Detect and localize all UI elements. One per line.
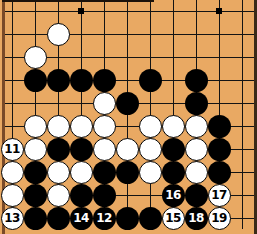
black-stone [70, 184, 93, 207]
white-stone [139, 161, 162, 184]
move-number-label: 17 [211, 189, 227, 201]
black-stone [185, 69, 208, 92]
star-point [216, 8, 222, 14]
white-stone-move-11: 11 [1, 138, 24, 161]
white-stone [93, 138, 116, 161]
white-stone [47, 115, 70, 138]
white-stone [47, 23, 70, 46]
black-stone [208, 161, 231, 184]
black-stone [162, 161, 185, 184]
black-stone [208, 138, 231, 161]
star-point [78, 8, 84, 14]
black-stone [139, 69, 162, 92]
white-stone-move-15: 15 [162, 207, 185, 230]
cropped-top-stones-band [2, 0, 154, 2]
white-stone [139, 138, 162, 161]
white-stone [185, 138, 208, 161]
move-number-label: 14 [73, 212, 89, 224]
white-stone [70, 161, 93, 184]
black-stone [93, 161, 116, 184]
white-stone [70, 115, 93, 138]
black-stone [116, 207, 139, 230]
white-stone [24, 138, 47, 161]
white-stone [24, 115, 47, 138]
white-stone [93, 92, 116, 115]
move-number-label: 15 [165, 212, 181, 224]
black-stone [47, 138, 70, 161]
white-stone [1, 161, 24, 184]
black-stone [24, 207, 47, 230]
black-stone [24, 161, 47, 184]
white-stone [116, 138, 139, 161]
black-stone [185, 92, 208, 115]
white-stone [47, 161, 70, 184]
black-stone [47, 207, 70, 230]
black-stone [185, 184, 208, 207]
black-stone-move-18: 18 [185, 207, 208, 230]
white-stone [24, 46, 47, 69]
white-stone [93, 115, 116, 138]
black-stone [24, 69, 47, 92]
black-stone [47, 69, 70, 92]
board-right-edge-line [254, 0, 257, 234]
white-stone [139, 115, 162, 138]
move-number-label: 18 [188, 212, 204, 224]
grid-vline [242, 0, 243, 229]
white-stone [1, 184, 24, 207]
white-stone [185, 115, 208, 138]
white-stone [185, 161, 208, 184]
move-number-label: 11 [4, 143, 20, 155]
go-board-diagram: 111617131412151819 [0, 0, 257, 234]
black-stone-move-14: 14 [70, 207, 93, 230]
grid-vline [127, 0, 128, 229]
black-stone [24, 184, 47, 207]
white-stone [162, 115, 185, 138]
white-stone-move-13: 13 [1, 207, 24, 230]
black-stone [162, 138, 185, 161]
black-stone [116, 161, 139, 184]
black-stone [93, 184, 116, 207]
black-stone [208, 115, 231, 138]
black-stone [116, 92, 139, 115]
black-stone [70, 138, 93, 161]
move-number-label: 12 [96, 212, 112, 224]
black-stone [139, 207, 162, 230]
move-number-label: 13 [4, 212, 20, 224]
black-stone-move-12: 12 [93, 207, 116, 230]
white-stone-move-19: 19 [208, 207, 231, 230]
black-stone [93, 69, 116, 92]
white-stone [47, 184, 70, 207]
black-stone [70, 69, 93, 92]
grid-hline [3, 34, 254, 35]
black-stone-move-16: 16 [162, 184, 185, 207]
white-stone-move-17: 17 [208, 184, 231, 207]
move-number-label: 16 [165, 189, 181, 201]
move-number-label: 19 [211, 212, 227, 224]
